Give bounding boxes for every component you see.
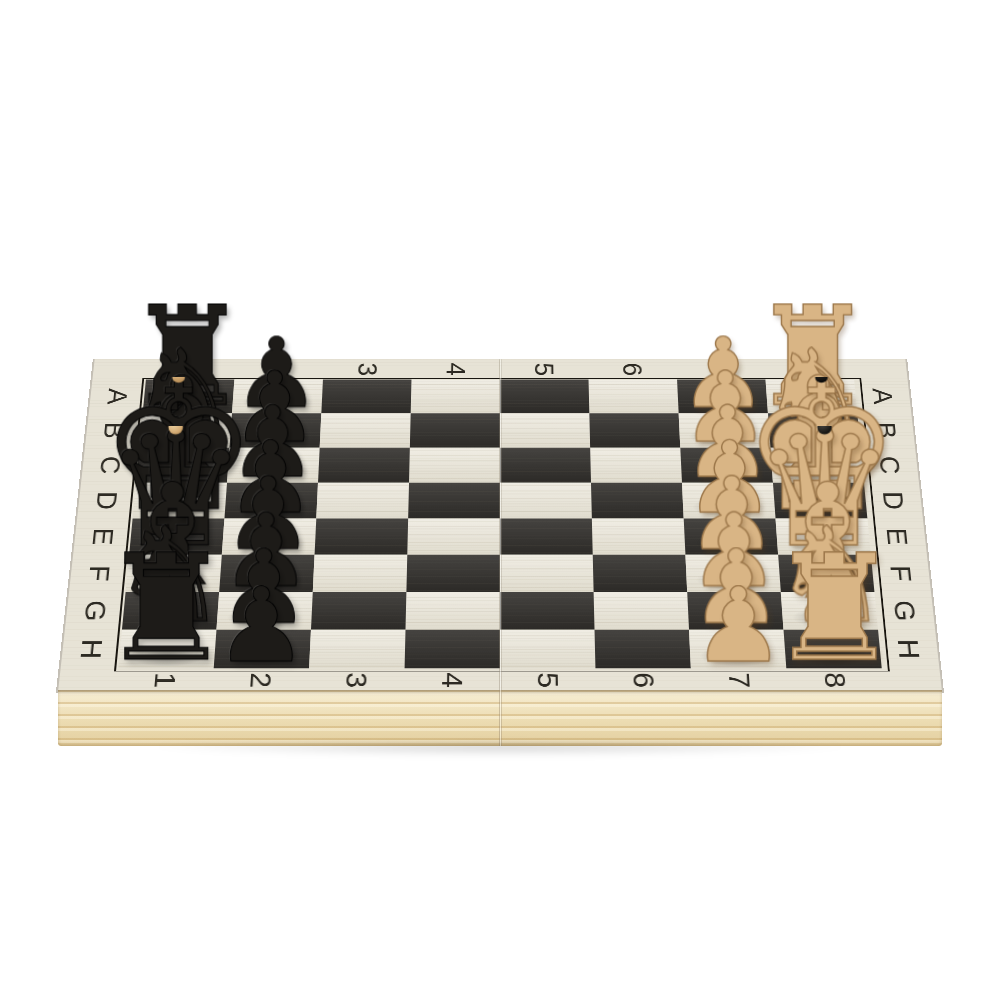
coordinate-cell: 6: [595, 668, 692, 692]
square-d6: [591, 483, 684, 519]
coordinate-label: 2: [263, 363, 295, 376]
coordinate-label: 6: [626, 672, 660, 688]
coordinate-label: B: [97, 422, 130, 439]
square-g5: [500, 592, 595, 630]
square-b6: [589, 413, 680, 447]
square-e5: [500, 518, 593, 554]
coordinate-label: F: [82, 565, 117, 581]
coordinate-label: D: [876, 491, 910, 510]
perspective-scene: ABCDEFGH ABCDEFGH 12345678 12345678 ♜♟♟♜…: [0, 0, 1000, 1000]
coordinate-cell: 5: [500, 359, 589, 379]
coordinate-label: 4: [435, 672, 469, 688]
square-b5: [500, 413, 590, 447]
coordinate-label: E: [86, 528, 120, 545]
coordinate-label: E: [880, 528, 914, 545]
square-h6: [595, 630, 691, 669]
square-a6: [589, 379, 679, 413]
coordinate-label: 6: [617, 363, 649, 376]
ground-shadow: [28, 743, 972, 769]
square-d5: [500, 483, 592, 519]
square-g3: [311, 592, 406, 630]
piece-black-rook: ♜: [100, 550, 232, 668]
square-f4: [406, 555, 500, 592]
square-e4: [407, 518, 500, 554]
square-a3: [321, 379, 411, 413]
coordinate-label: 8: [793, 363, 825, 376]
coordinate-label: 8: [817, 672, 852, 688]
coordinate-cell: 7: [691, 668, 788, 692]
piece-white-rook: ♜: [768, 550, 900, 668]
square-f6: [593, 555, 687, 592]
coordinate-label: A: [866, 388, 899, 404]
square-h5: [500, 630, 595, 669]
coordinate-label: 1: [147, 672, 182, 688]
coordinate-cell: 1: [116, 668, 214, 692]
square-a4: [411, 379, 500, 413]
square-h3: [309, 630, 405, 669]
coordinate-label: 3: [352, 363, 384, 376]
coordinate-cell: 8: [786, 668, 884, 692]
coordinate-label: B: [869, 422, 902, 439]
square-e6: [592, 518, 686, 554]
square-b3: [320, 413, 411, 447]
coordinate-label: C: [93, 456, 127, 474]
square-h8: ♜: [784, 630, 882, 669]
coordinate-cell: 5: [500, 668, 596, 692]
square-c5: [500, 448, 591, 483]
coordinate-label: C: [873, 456, 907, 474]
coordinate-label: A: [101, 388, 134, 404]
square-d4: [408, 483, 500, 519]
chessboard: ABCDEFGH ABCDEFGH 12345678 12345678 ♜♟♟♜…: [58, 359, 942, 692]
square-a5: [500, 379, 589, 413]
square-f3: [313, 555, 407, 592]
square-c4: [409, 448, 500, 483]
coordinate-label: 5: [531, 672, 565, 688]
square-c6: [590, 448, 682, 483]
coordinate-label: 7: [705, 363, 737, 376]
coordinate-label: 3: [339, 672, 373, 688]
coordinate-cell: 6: [588, 359, 677, 379]
square-g6: [594, 592, 689, 630]
coordinate-label: 4: [440, 363, 471, 376]
coordinate-label: F: [883, 565, 918, 581]
square-h4: [405, 630, 500, 669]
box-fold-seam: [499, 690, 502, 746]
coordinate-cell: 3: [308, 668, 405, 692]
coordinate-label: 7: [722, 672, 757, 688]
square-g4: [405, 592, 500, 630]
rank-labels-front: 12345678: [116, 668, 884, 692]
square-b4: [410, 413, 500, 447]
coordinate-label: G: [887, 600, 922, 621]
queen-finial: [169, 420, 183, 434]
coordinate-cell: 2: [212, 668, 309, 692]
coordinate-label: 5: [528, 363, 559, 376]
square-f5: [500, 555, 594, 592]
square-c3: [318, 448, 410, 483]
box-side-panel: [58, 690, 942, 746]
queen-finial: [818, 420, 832, 434]
coordinate-label: 2: [243, 672, 278, 688]
coordinate-cell: 4: [411, 359, 500, 379]
coordinate-label: 1: [175, 363, 207, 376]
square-h1: ♜: [118, 630, 216, 669]
square-e3: [315, 518, 409, 554]
square-d3: [316, 483, 409, 519]
coordinate-cell: 4: [404, 668, 500, 692]
coordinate-label: G: [78, 600, 113, 621]
coordinate-cell: 3: [323, 359, 412, 379]
scene: ABCDEFGH ABCDEFGH 12345678 12345678 ♜♟♟♜…: [0, 0, 1000, 1000]
coordinate-label: H: [74, 639, 110, 659]
coordinate-label: D: [90, 491, 124, 510]
coordinate-label: H: [891, 639, 927, 659]
